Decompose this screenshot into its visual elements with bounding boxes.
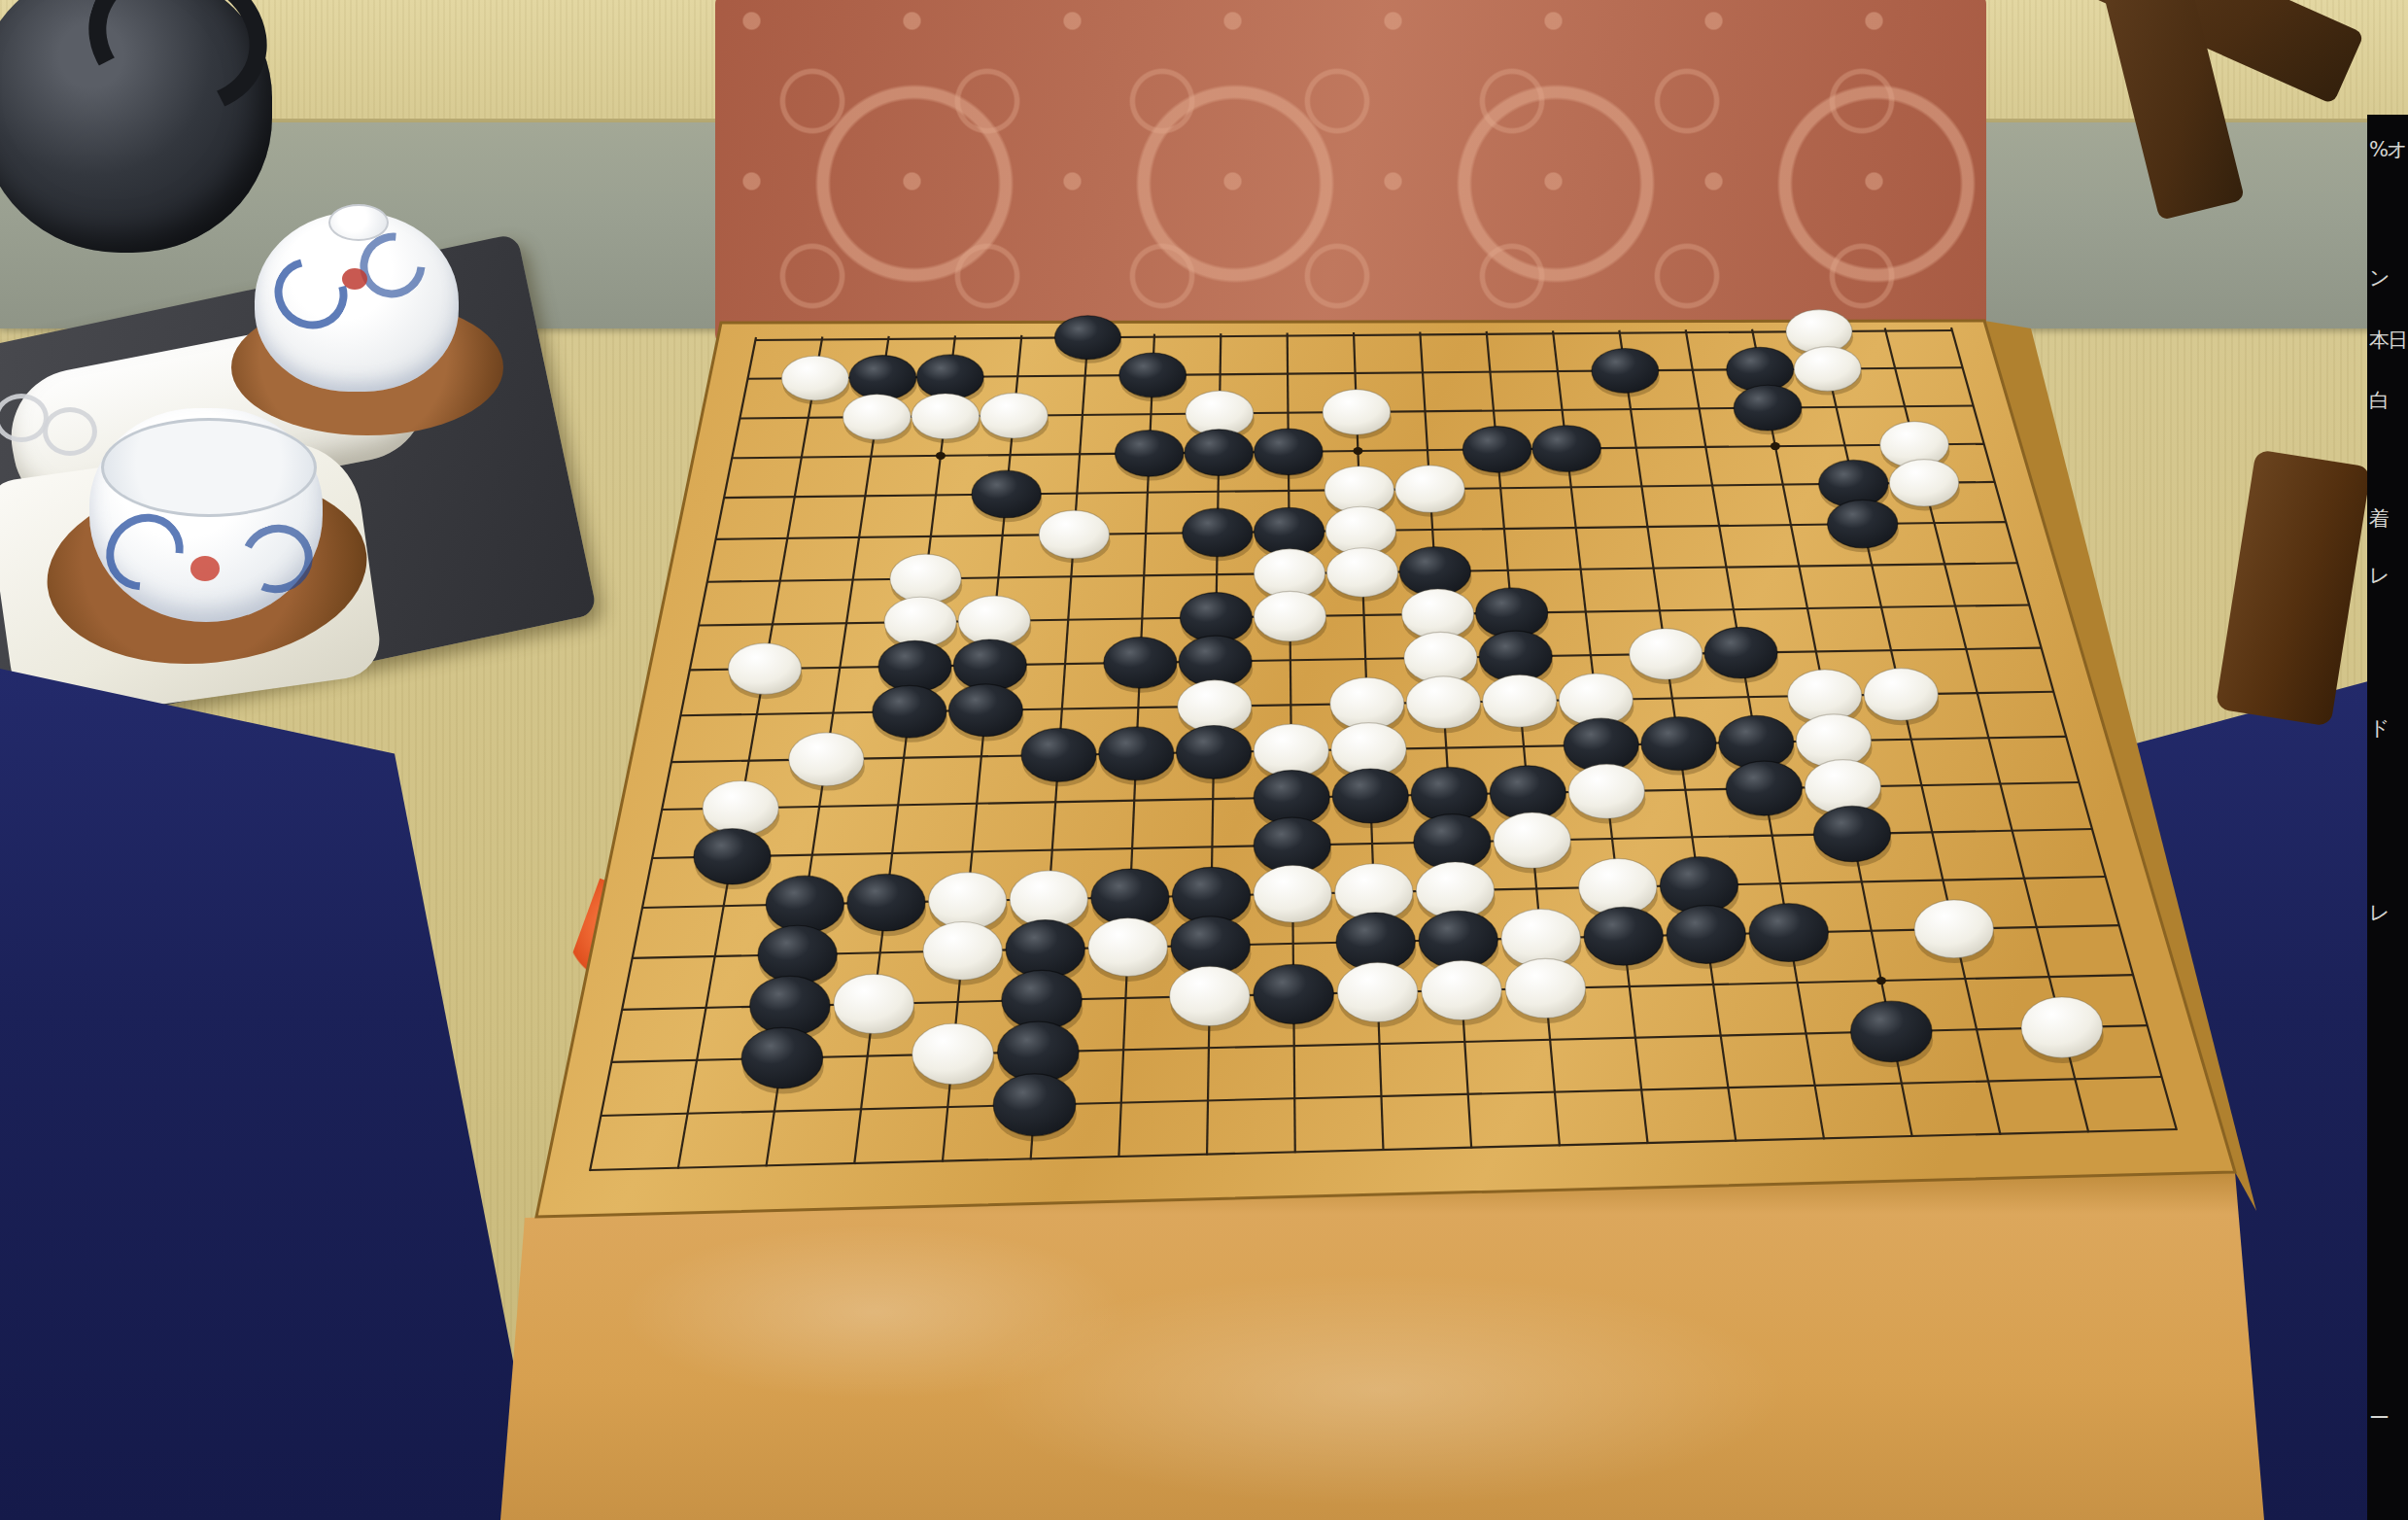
stone-white bbox=[1505, 958, 1586, 1018]
stone-black bbox=[1641, 717, 1716, 771]
stone-white bbox=[890, 554, 961, 604]
star-point bbox=[1771, 442, 1780, 450]
stone-white bbox=[1406, 676, 1480, 729]
stone-black bbox=[849, 356, 916, 400]
stone-black bbox=[1119, 353, 1187, 397]
stone-white bbox=[884, 597, 956, 647]
stone-black bbox=[1564, 718, 1638, 772]
sign-glyph: 本日 bbox=[2369, 327, 2408, 354]
stone-white bbox=[728, 643, 801, 695]
stone-black bbox=[1254, 964, 1334, 1023]
stone-white bbox=[1178, 680, 1252, 733]
stone-black bbox=[1727, 347, 1794, 392]
stone-white bbox=[1323, 390, 1391, 435]
stone-black bbox=[1254, 771, 1329, 825]
stone-black bbox=[741, 1027, 823, 1088]
stone-black bbox=[1850, 1001, 1932, 1061]
sign-glyph: 白 bbox=[2369, 387, 2408, 414]
stone-white bbox=[912, 1023, 994, 1084]
stone-white bbox=[781, 356, 848, 400]
stone-black bbox=[1006, 920, 1084, 979]
stone-white bbox=[1404, 632, 1477, 683]
stone-white bbox=[1330, 677, 1404, 730]
stone-black bbox=[972, 470, 1041, 518]
stone-white bbox=[1422, 960, 1502, 1019]
sign-glyph: ン bbox=[2369, 264, 2408, 292]
stone-white bbox=[912, 394, 980, 439]
stone-white bbox=[1805, 760, 1880, 814]
stone-black bbox=[1104, 637, 1177, 688]
stone-white bbox=[1559, 674, 1633, 726]
sign-glyph: 着 bbox=[2369, 505, 2408, 533]
stone-black bbox=[1021, 728, 1096, 781]
star-point bbox=[1876, 977, 1886, 985]
stone-black bbox=[1254, 817, 1330, 873]
stone-black bbox=[1179, 636, 1252, 687]
stone-black bbox=[1584, 907, 1663, 965]
stone-white bbox=[2021, 997, 2103, 1057]
stone-black bbox=[758, 925, 837, 984]
stone-white bbox=[1331, 723, 1406, 777]
stone-black bbox=[1176, 725, 1251, 778]
stone-white bbox=[1630, 629, 1703, 680]
stone-black bbox=[847, 874, 925, 931]
stone-white bbox=[1254, 591, 1325, 641]
stone-white bbox=[1254, 866, 1331, 923]
stone-black bbox=[1002, 970, 1083, 1029]
stone-black bbox=[1660, 857, 1737, 915]
stone-black bbox=[1180, 593, 1252, 643]
star-point bbox=[936, 452, 946, 460]
stone-black bbox=[948, 684, 1022, 737]
stone-white bbox=[1494, 812, 1570, 868]
stone-black bbox=[1054, 316, 1120, 360]
stone-black bbox=[1091, 869, 1169, 926]
broadcast-sign: %オン本日白着レドレー bbox=[2367, 115, 2408, 1520]
stone-white bbox=[1568, 764, 1644, 818]
stone-black bbox=[1734, 385, 1802, 431]
stone-white bbox=[1254, 549, 1324, 599]
stone-black bbox=[1667, 906, 1745, 964]
stone-black bbox=[1828, 500, 1898, 548]
stone-white bbox=[1794, 347, 1861, 392]
stone-black bbox=[916, 355, 983, 399]
sign-glyph: ー bbox=[2369, 1404, 2408, 1432]
stone-black bbox=[1532, 426, 1601, 472]
stone-black bbox=[1183, 508, 1253, 557]
stone-black bbox=[1726, 761, 1802, 815]
stone-white bbox=[1864, 669, 1938, 721]
stone-white bbox=[843, 395, 911, 440]
stone-black bbox=[1099, 727, 1174, 780]
stone-black bbox=[1255, 429, 1324, 475]
stone-black bbox=[953, 639, 1026, 691]
stone-white bbox=[1337, 962, 1418, 1021]
stone-black bbox=[1490, 766, 1565, 820]
stone-black bbox=[1411, 767, 1487, 821]
stone-black bbox=[1115, 431, 1184, 477]
stone-black bbox=[993, 1074, 1076, 1136]
go-board bbox=[0, 0, 2408, 1520]
stone-black bbox=[1414, 814, 1491, 870]
stone-white bbox=[980, 393, 1049, 438]
photo-scene: %オン本日白着レドレー bbox=[0, 0, 2408, 1520]
sign-glyph: ド bbox=[2369, 714, 2408, 742]
stone-black bbox=[1462, 427, 1531, 473]
stone-white bbox=[703, 780, 778, 835]
stone-black bbox=[750, 976, 831, 1035]
stone-white bbox=[834, 974, 914, 1033]
stone-black bbox=[1749, 904, 1828, 962]
stone-white bbox=[923, 922, 1002, 981]
sign-glyph: %オ bbox=[2369, 136, 2408, 163]
stone-black bbox=[1172, 867, 1250, 924]
star-point bbox=[1353, 447, 1362, 455]
stone-black bbox=[1813, 806, 1890, 861]
stone-white bbox=[1402, 589, 1474, 639]
stone-black bbox=[873, 685, 946, 738]
stone-white bbox=[958, 596, 1030, 646]
stone-white bbox=[928, 873, 1006, 930]
stone-black bbox=[1719, 715, 1794, 769]
stone-black bbox=[1479, 631, 1552, 682]
stone-white bbox=[1010, 871, 1087, 928]
stone-black bbox=[1592, 349, 1659, 394]
stone-black bbox=[694, 829, 771, 884]
stone-black bbox=[1185, 430, 1254, 476]
stone-white bbox=[1483, 674, 1557, 727]
sign-glyph: レ bbox=[2369, 899, 2408, 926]
stone-black bbox=[766, 876, 843, 933]
board-front-scuff bbox=[622, 1225, 1127, 1399]
stone-black bbox=[1332, 769, 1408, 823]
stone-white bbox=[1416, 862, 1494, 919]
stone-black bbox=[1171, 916, 1250, 975]
stone-white bbox=[1326, 548, 1397, 598]
stone-black bbox=[878, 640, 951, 692]
stone-white bbox=[1039, 510, 1109, 559]
stone-white bbox=[1254, 724, 1328, 777]
stone-white bbox=[1335, 864, 1413, 921]
stone-white bbox=[1788, 670, 1862, 722]
stone-white bbox=[1914, 900, 1993, 958]
stone-white bbox=[1170, 966, 1251, 1025]
stone-black bbox=[1704, 627, 1777, 678]
stone-white bbox=[1088, 918, 1167, 977]
sign-glyph: レ bbox=[2369, 562, 2408, 589]
stone-black bbox=[998, 1021, 1080, 1082]
stone-white bbox=[1395, 466, 1464, 513]
stone-white bbox=[1889, 460, 1958, 507]
stone-white bbox=[1796, 714, 1871, 768]
stone-white bbox=[789, 733, 864, 786]
